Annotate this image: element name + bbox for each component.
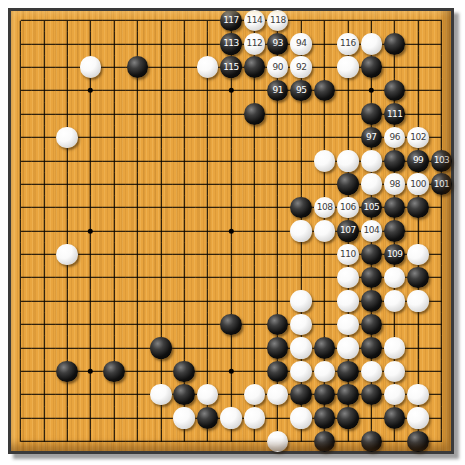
board-intersection[interactable] <box>360 289 383 312</box>
board-intersection[interactable] <box>313 9 336 32</box>
board-intersection[interactable] <box>126 383 149 406</box>
board-intersection[interactable] <box>9 196 32 219</box>
board-intersection[interactable] <box>383 430 406 453</box>
board-intersection[interactable] <box>313 406 336 429</box>
board-intersection[interactable]: 113 <box>219 32 242 55</box>
board-intersection[interactable] <box>196 430 219 453</box>
board-intersection[interactable] <box>289 243 312 266</box>
board-intersection[interactable] <box>149 79 172 102</box>
board-intersection[interactable] <box>219 406 242 429</box>
board-intersection[interactable] <box>406 102 429 125</box>
board-intersection[interactable] <box>56 430 79 453</box>
board-intersection[interactable] <box>289 102 312 125</box>
board-intersection[interactable]: 109 <box>383 243 406 266</box>
board-intersection[interactable] <box>383 406 406 429</box>
board-intersection[interactable]: 106 <box>336 196 359 219</box>
board-intersection[interactable] <box>219 219 242 242</box>
board-intersection[interactable] <box>173 313 196 336</box>
board-intersection[interactable] <box>430 56 453 79</box>
board-intersection[interactable] <box>336 430 359 453</box>
board-intersection[interactable] <box>406 9 429 32</box>
board-intersection[interactable] <box>383 336 406 359</box>
board-intersection[interactable] <box>173 360 196 383</box>
board-intersection[interactable]: 99 <box>406 149 429 172</box>
board-intersection[interactable] <box>406 79 429 102</box>
board-intersection[interactable] <box>219 266 242 289</box>
board-intersection[interactable]: 110 <box>336 243 359 266</box>
board-intersection[interactable] <box>313 383 336 406</box>
board-intersection[interactable] <box>406 56 429 79</box>
board-intersection[interactable] <box>196 336 219 359</box>
board-intersection[interactable] <box>243 406 266 429</box>
board-intersection[interactable] <box>383 56 406 79</box>
board-intersection[interactable] <box>336 266 359 289</box>
board-intersection[interactable] <box>149 149 172 172</box>
board-intersection[interactable] <box>219 313 242 336</box>
board-intersection[interactable] <box>173 126 196 149</box>
board-intersection[interactable] <box>9 336 32 359</box>
board-intersection[interactable] <box>360 79 383 102</box>
board-intersection[interactable]: 93 <box>266 32 289 55</box>
board-intersection[interactable] <box>430 430 453 453</box>
board-intersection[interactable]: 92 <box>289 56 312 79</box>
board-intersection[interactable] <box>149 289 172 312</box>
board-intersection[interactable] <box>360 406 383 429</box>
board-intersection[interactable] <box>102 9 125 32</box>
board-intersection[interactable] <box>360 336 383 359</box>
board-intersection[interactable] <box>266 289 289 312</box>
board-intersection[interactable] <box>383 9 406 32</box>
board-intersection[interactable] <box>313 173 336 196</box>
board-intersection[interactable] <box>383 289 406 312</box>
board-intersection[interactable] <box>243 243 266 266</box>
board-intersection[interactable] <box>336 149 359 172</box>
board-intersection[interactable] <box>406 313 429 336</box>
board-intersection[interactable] <box>196 266 219 289</box>
board-intersection[interactable] <box>79 219 102 242</box>
board-intersection[interactable] <box>32 149 55 172</box>
board-intersection[interactable] <box>219 430 242 453</box>
board-intersection[interactable] <box>102 406 125 429</box>
board-intersection[interactable] <box>196 102 219 125</box>
board-intersection[interactable] <box>79 32 102 55</box>
board-intersection[interactable] <box>173 336 196 359</box>
board-intersection[interactable] <box>196 79 219 102</box>
board-intersection[interactable] <box>9 289 32 312</box>
board-intersection[interactable] <box>360 313 383 336</box>
board-intersection[interactable] <box>196 149 219 172</box>
board-intersection[interactable] <box>102 383 125 406</box>
board-intersection[interactable] <box>56 289 79 312</box>
board-intersection[interactable] <box>149 406 172 429</box>
board-intersection[interactable] <box>383 360 406 383</box>
board-intersection[interactable] <box>173 196 196 219</box>
board-intersection[interactable]: 107 <box>336 219 359 242</box>
board-intersection[interactable] <box>56 406 79 429</box>
board-intersection[interactable] <box>32 406 55 429</box>
board-intersection[interactable] <box>336 56 359 79</box>
board-intersection[interactable] <box>56 56 79 79</box>
board-intersection[interactable] <box>313 102 336 125</box>
board-intersection[interactable] <box>196 173 219 196</box>
board-intersection[interactable] <box>79 313 102 336</box>
board-intersection[interactable] <box>173 102 196 125</box>
board-intersection[interactable] <box>196 360 219 383</box>
board-intersection[interactable] <box>243 266 266 289</box>
board-intersection[interactable] <box>289 430 312 453</box>
board-intersection[interactable] <box>56 219 79 242</box>
board-intersection[interactable] <box>430 196 453 219</box>
board-intersection[interactable] <box>9 9 32 32</box>
board-intersection[interactable] <box>430 126 453 149</box>
board-intersection[interactable] <box>219 289 242 312</box>
board-intersection[interactable] <box>360 56 383 79</box>
board-intersection[interactable] <box>243 336 266 359</box>
board-intersection[interactable]: 98 <box>383 173 406 196</box>
board-intersection[interactable] <box>266 336 289 359</box>
board-intersection[interactable] <box>126 406 149 429</box>
board-intersection[interactable] <box>336 79 359 102</box>
board-intersection[interactable] <box>9 406 32 429</box>
board-intersection[interactable] <box>266 126 289 149</box>
board-intersection[interactable]: 90 <box>266 56 289 79</box>
board-intersection[interactable] <box>313 219 336 242</box>
board-intersection[interactable] <box>360 149 383 172</box>
board-intersection[interactable] <box>126 289 149 312</box>
board-intersection[interactable] <box>336 9 359 32</box>
board-intersection[interactable] <box>32 79 55 102</box>
board-intersection[interactable] <box>102 430 125 453</box>
board-intersection[interactable] <box>383 219 406 242</box>
board-intersection[interactable] <box>32 196 55 219</box>
board-intersection[interactable] <box>79 79 102 102</box>
board-intersection[interactable] <box>219 243 242 266</box>
board-intersection[interactable] <box>149 196 172 219</box>
board-intersection[interactable] <box>289 126 312 149</box>
board-intersection[interactable] <box>56 173 79 196</box>
board-intersection[interactable] <box>336 406 359 429</box>
board-intersection[interactable] <box>173 289 196 312</box>
board-intersection[interactable] <box>149 336 172 359</box>
board-intersection[interactable] <box>196 313 219 336</box>
board-intersection[interactable] <box>102 173 125 196</box>
board-intersection[interactable] <box>219 336 242 359</box>
board-intersection[interactable] <box>9 430 32 453</box>
board-intersection[interactable] <box>430 102 453 125</box>
board-intersection[interactable] <box>56 102 79 125</box>
board-intersection[interactable] <box>9 173 32 196</box>
board-intersection[interactable] <box>406 243 429 266</box>
board-intersection[interactable] <box>313 430 336 453</box>
board-intersection[interactable] <box>219 383 242 406</box>
board-intersection[interactable] <box>32 173 55 196</box>
board-intersection[interactable] <box>102 79 125 102</box>
board-intersection[interactable]: 111 <box>383 102 406 125</box>
board-intersection[interactable] <box>289 406 312 429</box>
board-intersection[interactable] <box>9 149 32 172</box>
board-intersection[interactable] <box>102 266 125 289</box>
board-intersection[interactable] <box>102 32 125 55</box>
board-intersection[interactable] <box>313 289 336 312</box>
board-intersection[interactable] <box>79 336 102 359</box>
board-intersection[interactable] <box>266 149 289 172</box>
board-intersection[interactable] <box>289 289 312 312</box>
board-intersection[interactable] <box>79 196 102 219</box>
board-intersection[interactable] <box>289 9 312 32</box>
board-intersection[interactable] <box>126 360 149 383</box>
board-intersection[interactable] <box>289 360 312 383</box>
board-intersection[interactable] <box>313 126 336 149</box>
board-intersection[interactable] <box>56 196 79 219</box>
board-intersection[interactable] <box>336 102 359 125</box>
board-intersection[interactable] <box>126 196 149 219</box>
board-intersection[interactable] <box>196 219 219 242</box>
board-intersection[interactable] <box>79 266 102 289</box>
board-intersection[interactable] <box>360 360 383 383</box>
board-intersection[interactable]: 105 <box>360 196 383 219</box>
board-intersection[interactable] <box>126 56 149 79</box>
board-intersection[interactable] <box>79 360 102 383</box>
board-intersection[interactable] <box>219 360 242 383</box>
board-intersection[interactable] <box>56 336 79 359</box>
board-intersection[interactable] <box>126 126 149 149</box>
board-intersection[interactable] <box>430 406 453 429</box>
board-intersection[interactable]: 102 <box>406 126 429 149</box>
board-intersection[interactable] <box>79 9 102 32</box>
board-intersection[interactable] <box>102 219 125 242</box>
board-intersection[interactable] <box>266 313 289 336</box>
board-intersection[interactable] <box>243 289 266 312</box>
board-intersection[interactable] <box>149 219 172 242</box>
board-intersection[interactable] <box>266 430 289 453</box>
board-intersection[interactable] <box>173 219 196 242</box>
board-intersection[interactable] <box>102 196 125 219</box>
board-intersection[interactable] <box>9 56 32 79</box>
board-intersection[interactable] <box>243 430 266 453</box>
board-intersection[interactable] <box>79 430 102 453</box>
board-intersection[interactable] <box>79 406 102 429</box>
board-intersection[interactable] <box>219 149 242 172</box>
board-intersection[interactable] <box>32 9 55 32</box>
board-intersection[interactable] <box>56 149 79 172</box>
board-intersection[interactable] <box>32 126 55 149</box>
board-intersection[interactable]: 115 <box>219 56 242 79</box>
board-intersection[interactable] <box>56 266 79 289</box>
board-intersection[interactable] <box>243 313 266 336</box>
board-intersection[interactable] <box>430 79 453 102</box>
board-intersection[interactable] <box>266 196 289 219</box>
board-intersection[interactable] <box>126 313 149 336</box>
board-intersection[interactable] <box>266 102 289 125</box>
board-intersection[interactable] <box>9 243 32 266</box>
board-intersection[interactable] <box>360 430 383 453</box>
board-intersection[interactable] <box>406 289 429 312</box>
board-intersection[interactable] <box>79 102 102 125</box>
board-intersection[interactable] <box>266 219 289 242</box>
board-intersection[interactable] <box>126 32 149 55</box>
board-intersection[interactable] <box>383 266 406 289</box>
board-intersection[interactable] <box>243 126 266 149</box>
board-intersection[interactable]: 100 <box>406 173 429 196</box>
board-intersection[interactable] <box>289 149 312 172</box>
board-intersection[interactable] <box>406 406 429 429</box>
board-intersection[interactable]: 95 <box>289 79 312 102</box>
board-intersection[interactable] <box>56 79 79 102</box>
board-intersection[interactable] <box>9 32 32 55</box>
board-intersection[interactable]: 112 <box>243 32 266 55</box>
board-intersection[interactable] <box>9 360 32 383</box>
board-intersection[interactable] <box>266 360 289 383</box>
board-intersection[interactable] <box>149 9 172 32</box>
board-intersection[interactable] <box>360 266 383 289</box>
board-intersection[interactable] <box>196 243 219 266</box>
board-intersection[interactable] <box>266 266 289 289</box>
board-intersection[interactable] <box>173 56 196 79</box>
board-intersection[interactable] <box>79 56 102 79</box>
board-intersection[interactable]: 94 <box>289 32 312 55</box>
board-intersection[interactable] <box>56 9 79 32</box>
board-intersection[interactable] <box>289 219 312 242</box>
board-intersection[interactable] <box>289 383 312 406</box>
board-intersection[interactable] <box>173 9 196 32</box>
board-intersection[interactable] <box>196 32 219 55</box>
board-intersection[interactable] <box>126 219 149 242</box>
board-intersection[interactable] <box>406 430 429 453</box>
board-intersection[interactable] <box>79 149 102 172</box>
board-intersection[interactable] <box>430 336 453 359</box>
board-intersection[interactable] <box>149 266 172 289</box>
board-intersection[interactable] <box>406 336 429 359</box>
board-intersection[interactable] <box>173 173 196 196</box>
board-intersection[interactable] <box>243 79 266 102</box>
board-intersection[interactable] <box>243 219 266 242</box>
board-intersection[interactable] <box>243 56 266 79</box>
board-intersection[interactable] <box>102 149 125 172</box>
board-intersection[interactable] <box>56 243 79 266</box>
board-intersection[interactable] <box>196 56 219 79</box>
board-intersection[interactable] <box>289 196 312 219</box>
board-intersection[interactable] <box>406 196 429 219</box>
board-intersection[interactable] <box>383 79 406 102</box>
board-intersection[interactable] <box>32 289 55 312</box>
board-intersection[interactable] <box>149 430 172 453</box>
board-intersection[interactable] <box>313 243 336 266</box>
board-intersection[interactable] <box>32 360 55 383</box>
board-intersection[interactable]: 103 <box>430 149 453 172</box>
board-intersection[interactable]: 91 <box>266 79 289 102</box>
board-intersection[interactable] <box>79 289 102 312</box>
board-intersection[interactable] <box>289 173 312 196</box>
board-intersection[interactable] <box>56 313 79 336</box>
board-intersection[interactable] <box>173 406 196 429</box>
board-intersection[interactable] <box>289 313 312 336</box>
board-intersection[interactable] <box>430 266 453 289</box>
board-intersection[interactable] <box>383 196 406 219</box>
board-intersection[interactable] <box>383 313 406 336</box>
board-intersection[interactable] <box>196 406 219 429</box>
board-intersection[interactable] <box>56 383 79 406</box>
board-intersection[interactable] <box>102 243 125 266</box>
board-intersection[interactable] <box>219 196 242 219</box>
board-intersection[interactable] <box>32 243 55 266</box>
board-intersection[interactable] <box>32 313 55 336</box>
board-intersection[interactable] <box>126 336 149 359</box>
board-intersection[interactable] <box>126 102 149 125</box>
board-intersection[interactable] <box>79 243 102 266</box>
board-intersection[interactable] <box>289 336 312 359</box>
board-intersection[interactable] <box>149 383 172 406</box>
board-intersection[interactable] <box>313 313 336 336</box>
board-intersection[interactable] <box>313 266 336 289</box>
board-intersection[interactable] <box>430 360 453 383</box>
board-intersection[interactable] <box>102 289 125 312</box>
board-intersection[interactable] <box>126 266 149 289</box>
board-intersection[interactable] <box>313 149 336 172</box>
board-intersection[interactable]: 108 <box>313 196 336 219</box>
board-intersection[interactable] <box>430 383 453 406</box>
board-intersection[interactable] <box>196 9 219 32</box>
board-intersection[interactable] <box>79 173 102 196</box>
board-intersection[interactable] <box>243 383 266 406</box>
board-intersection[interactable] <box>406 266 429 289</box>
board-intersection[interactable] <box>173 430 196 453</box>
board-intersection[interactable] <box>9 79 32 102</box>
board-intersection[interactable] <box>219 173 242 196</box>
board-intersection[interactable] <box>383 149 406 172</box>
board-intersection[interactable] <box>196 289 219 312</box>
board-intersection[interactable] <box>32 336 55 359</box>
board-intersection[interactable]: 116 <box>336 32 359 55</box>
board-intersection[interactable] <box>149 360 172 383</box>
board-intersection[interactable] <box>336 313 359 336</box>
board-intersection[interactable] <box>9 313 32 336</box>
board-intersection[interactable] <box>102 313 125 336</box>
board-intersection[interactable] <box>149 56 172 79</box>
board-intersection[interactable] <box>102 360 125 383</box>
board-intersection[interactable] <box>360 32 383 55</box>
board-intersection[interactable] <box>9 102 32 125</box>
board-intersection[interactable] <box>336 126 359 149</box>
board-intersection[interactable] <box>383 32 406 55</box>
board-intersection[interactable] <box>102 56 125 79</box>
board-intersection[interactable] <box>243 149 266 172</box>
board-intersection[interactable] <box>430 313 453 336</box>
board-intersection[interactable] <box>149 126 172 149</box>
board-intersection[interactable] <box>406 360 429 383</box>
board-intersection[interactable] <box>313 56 336 79</box>
board-intersection[interactable] <box>243 360 266 383</box>
board-intersection[interactable] <box>406 32 429 55</box>
board-intersection[interactable] <box>149 102 172 125</box>
board-intersection[interactable] <box>32 383 55 406</box>
board-intersection[interactable] <box>149 32 172 55</box>
board-intersection[interactable] <box>336 173 359 196</box>
board-intersection[interactable] <box>336 336 359 359</box>
board-intersection[interactable] <box>149 243 172 266</box>
board-intersection[interactable] <box>360 383 383 406</box>
board-intersection[interactable] <box>102 102 125 125</box>
board-intersection[interactable]: 96 <box>383 126 406 149</box>
board-intersection[interactable] <box>32 430 55 453</box>
board-intersection[interactable] <box>406 383 429 406</box>
board-intersection[interactable] <box>336 360 359 383</box>
board-intersection[interactable] <box>173 266 196 289</box>
board-intersection[interactable] <box>289 266 312 289</box>
board-intersection[interactable] <box>196 383 219 406</box>
board-intersection[interactable] <box>313 79 336 102</box>
board-intersection[interactable] <box>32 266 55 289</box>
board-intersection[interactable] <box>126 9 149 32</box>
